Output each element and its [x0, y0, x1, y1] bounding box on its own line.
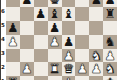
black-pawn-piece: ♟	[89, 0, 103, 7]
square-d5[interactable]: ♟	[48, 21, 62, 35]
square-f7[interactable]	[75, 0, 89, 7]
square-c6[interactable]: ♟	[34, 7, 48, 21]
white-rook-piece: ♜	[6, 76, 20, 80]
square-a1[interactable]: ♜	[6, 76, 20, 80]
black-pawn-piece: ♟	[48, 21, 62, 35]
square-g1[interactable]	[89, 76, 103, 80]
square-a3[interactable]	[6, 49, 20, 63]
square-g5[interactable]	[89, 21, 103, 35]
square-b1[interactable]	[20, 76, 34, 80]
black-bishop-piece: ♝	[62, 7, 76, 21]
square-d2[interactable]: ♜	[48, 62, 62, 76]
square-h1[interactable]: ♚	[103, 76, 117, 80]
square-g7[interactable]: ♟	[89, 0, 103, 7]
square-c5[interactable]	[34, 21, 48, 35]
square-a6[interactable]	[6, 7, 20, 21]
white-pawn-piece: ♟	[75, 62, 89, 76]
white-pawn-piece: ♟	[48, 35, 62, 49]
white-king-piece: ♚	[103, 76, 117, 80]
white-knight-piece: ♞	[103, 62, 117, 76]
square-e6[interactable]: ♝	[62, 7, 76, 21]
square-d1[interactable]	[48, 76, 62, 80]
square-f4[interactable]	[75, 35, 89, 49]
square-b2[interactable]: ♟	[20, 62, 34, 76]
square-h6[interactable]: ♜	[103, 7, 117, 21]
square-g2[interactable]: ♟	[89, 62, 103, 76]
square-b7[interactable]: ♟	[20, 0, 34, 7]
white-pawn-piece: ♟	[6, 35, 20, 49]
black-knight-piece: ♞	[103, 35, 117, 49]
chess-board: ♟♚♟♟♟♝♝♜♟♟♟♟♟♞♟♞♟♟♜♛♟♟♞♜♝♚	[6, 0, 117, 80]
white-bishop-piece: ♝	[62, 76, 76, 80]
square-a5[interactable]: ♟	[6, 21, 20, 35]
black-pawn-piece: ♟	[6, 21, 20, 35]
square-a4[interactable]: ♟	[6, 35, 20, 49]
black-pawn-piece: ♟	[34, 7, 48, 21]
square-f6[interactable]	[75, 7, 89, 21]
white-pawn-piece: ♟	[20, 62, 34, 76]
square-c1[interactable]	[34, 76, 48, 80]
black-pawn-piece: ♟	[62, 35, 76, 49]
white-pawn-piece: ♟	[89, 62, 103, 76]
square-e1[interactable]: ♝	[62, 76, 76, 80]
square-h5[interactable]	[103, 21, 117, 35]
square-c3[interactable]	[34, 49, 48, 63]
square-g6[interactable]	[89, 7, 103, 21]
square-b5[interactable]	[20, 21, 34, 35]
square-h2[interactable]: ♞	[103, 62, 117, 76]
square-g4[interactable]	[89, 35, 103, 49]
chess-diagram: 7654321 ♟♚♟♟♟♝♝♜♟♟♟♟♟♞♟♞♟♟♜♛♟♟♞♜♝♚	[0, 0, 120, 80]
square-d6[interactable]: ♝	[48, 7, 62, 21]
square-d4[interactable]: ♟	[48, 35, 62, 49]
square-c2[interactable]	[34, 62, 48, 76]
square-e5[interactable]	[62, 21, 76, 35]
square-h4[interactable]: ♞	[103, 35, 117, 49]
square-b4[interactable]	[20, 35, 34, 49]
square-c4[interactable]	[34, 35, 48, 49]
black-pawn-piece: ♟	[20, 0, 34, 7]
black-rook-piece: ♜	[103, 7, 117, 21]
black-bishop-piece: ♝	[48, 7, 62, 21]
square-f1[interactable]	[75, 76, 89, 80]
square-f5[interactable]	[75, 21, 89, 35]
square-e4[interactable]: ♟	[62, 35, 76, 49]
square-f2[interactable]: ♟	[75, 62, 89, 76]
square-a7[interactable]	[6, 0, 20, 7]
white-rook-piece: ♜	[48, 62, 62, 76]
square-b6[interactable]	[20, 7, 34, 21]
